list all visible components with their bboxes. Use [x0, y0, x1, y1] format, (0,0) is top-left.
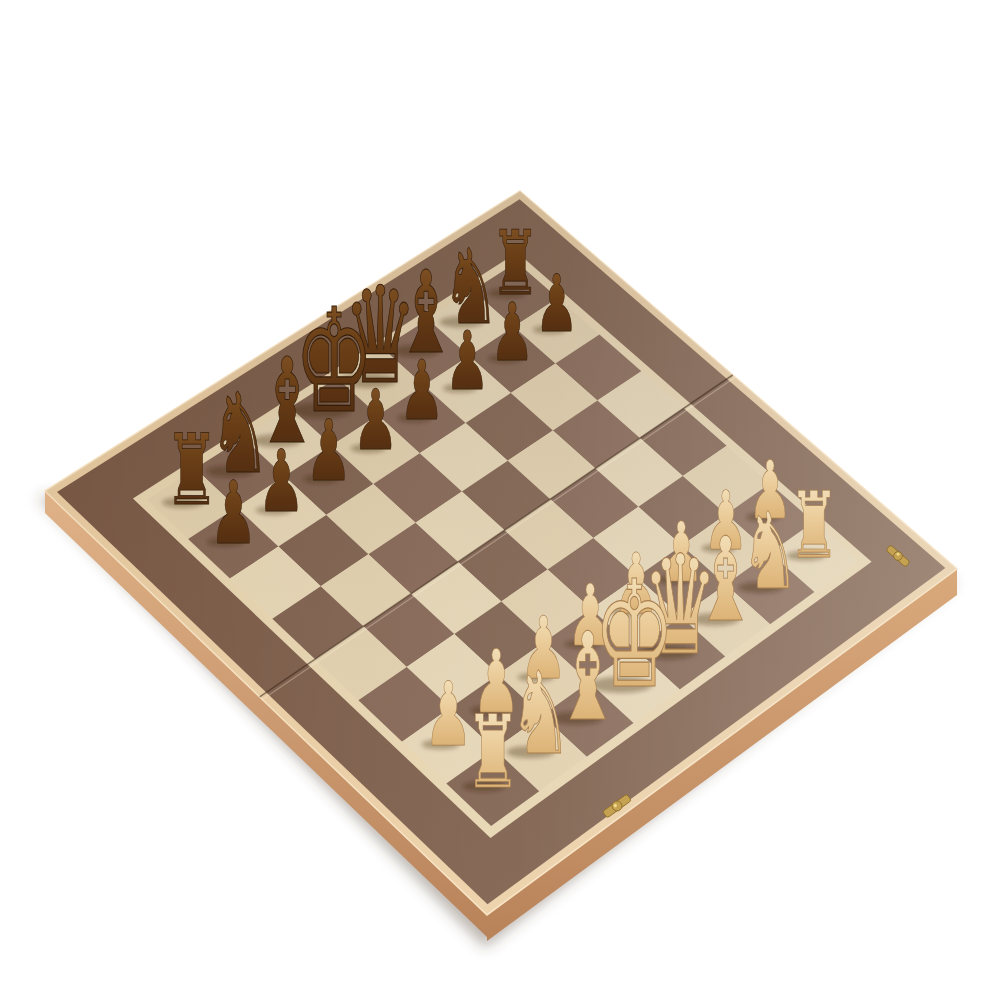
- piece-glyph: ♟: [305, 402, 352, 501]
- piece-glyph: ♟: [445, 313, 490, 408]
- piece-glyph: ♟: [258, 432, 306, 532]
- piece-black-pawn[interactable]: ♟: [397, 342, 445, 438]
- piece-glyph: ♟: [209, 462, 257, 563]
- chess-board: ♜♞♟♝♟♛♟♚♟♝♟♞♟♜♟♟♟♟♜♟♞♟♝♟♛♟♚♟♝♟♞♜: [0, 0, 1000, 1000]
- piece-glyph: ♟: [490, 285, 535, 379]
- piece-black-pawn[interactable]: ♟: [303, 402, 352, 501]
- piece-black-pawn[interactable]: ♟: [533, 257, 579, 350]
- piece-black-pawn[interactable]: ♟: [351, 372, 399, 468]
- piece-glyph: ♟: [399, 342, 445, 438]
- piece-glyph: ♟: [352, 372, 398, 468]
- product-photo: ♜♞♟♝♟♛♟♚♟♝♟♞♟♜♟♟♟♟♜♟♞♟♝♟♛♟♚♟♝♟♞♜: [0, 0, 1000, 1000]
- piece-black-pawn[interactable]: ♟: [207, 462, 257, 563]
- piece-black-pawn[interactable]: ♟: [488, 285, 534, 379]
- piece-white-rook[interactable]: ♜: [463, 694, 521, 812]
- piece-glyph: ♟: [535, 257, 579, 350]
- piece-black-pawn[interactable]: ♟: [443, 313, 490, 408]
- piece-black-pawn[interactable]: ♟: [256, 432, 306, 532]
- piece-glyph: ♜: [465, 694, 521, 812]
